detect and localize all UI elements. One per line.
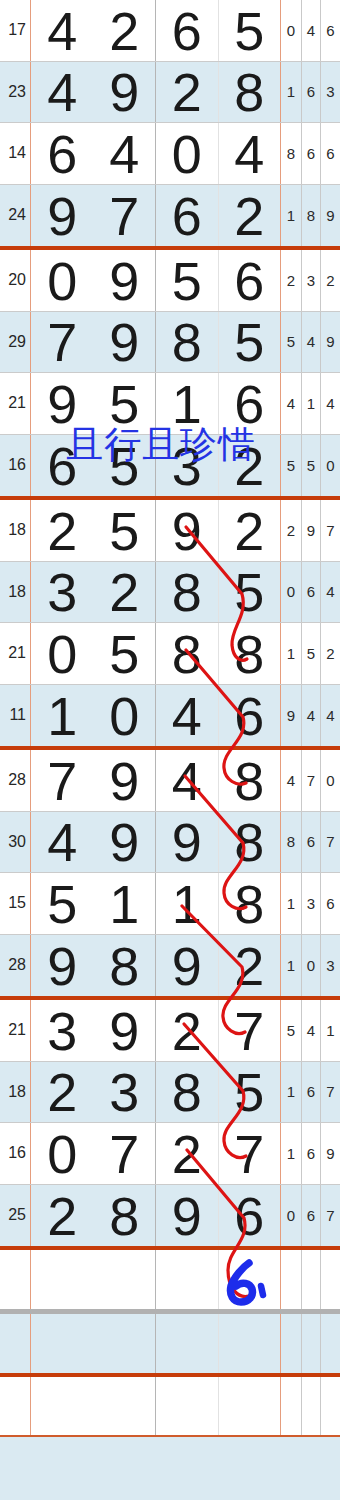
- draw-row: 21 3 9 2 7 5 4 1: [0, 1000, 340, 1062]
- digit-cell: 7: [219, 1123, 282, 1184]
- digit-cell: 0: [94, 685, 157, 747]
- aux-cell: 6: [302, 1185, 321, 1247]
- digit-cell: 1: [31, 685, 94, 747]
- draw-row: 28 9 8 9 2 1 0 3: [0, 935, 340, 1001]
- digit-cell: 2: [219, 435, 282, 497]
- digit-cell: 9: [94, 1000, 157, 1061]
- draw-row: 18 3 2 8 5 0 6 4: [0, 562, 340, 624]
- aux-cell: 7: [302, 750, 321, 811]
- aux-cell: 4: [302, 685, 321, 747]
- aux-cell: 9: [321, 1123, 340, 1184]
- digit-cell: 2: [31, 1185, 94, 1247]
- aux-cell: 1: [281, 873, 302, 934]
- aux-cell: 5: [302, 435, 321, 497]
- digit-cell: 9: [94, 312, 157, 373]
- draw-row: 28 7 9 4 8 4 7 0: [0, 750, 340, 812]
- digit-cell: 6: [31, 435, 94, 497]
- sum-cell: 20: [0, 250, 31, 311]
- aux-cell: 4: [321, 685, 340, 747]
- digit-cell: 9: [94, 250, 157, 311]
- digit-cell: 5: [219, 1062, 282, 1123]
- sum-cell: 24: [0, 185, 31, 247]
- sum-cell: 11: [0, 685, 31, 747]
- digit-cell: 7: [94, 1123, 157, 1184]
- aux-cell: 3: [302, 250, 321, 311]
- digit-cell: 2: [219, 935, 282, 997]
- digit-cell: 2: [94, 0, 157, 61]
- aux-cell: 8: [281, 123, 302, 184]
- sum-cell: 21: [0, 623, 31, 684]
- draw-row: 24 9 7 6 2 1 8 9: [0, 185, 340, 251]
- aux-cell: 5: [281, 435, 302, 497]
- digit-cell: 1: [94, 873, 157, 934]
- aux-cell: 9: [321, 312, 340, 373]
- digit-cell: 9: [94, 750, 157, 811]
- aux-cell: 9: [281, 685, 302, 747]
- draw-row: 15 5 1 1 8 1 3 6: [0, 873, 340, 935]
- digit-cell: 9: [31, 373, 94, 434]
- draw-row: 29 7 9 8 5 5 4 9: [0, 312, 340, 374]
- lottery-trend-sheet: 17 4 2 6 5 0 4 6 23 4 9 2 8 1 6 3 14 6 4: [0, 0, 340, 1500]
- aux-cell: 0: [302, 935, 321, 997]
- digit-cell: 6: [219, 1185, 282, 1247]
- draw-row: 20 0 9 5 6 2 3 2: [0, 250, 340, 312]
- aux-cell: 0: [321, 435, 340, 497]
- digit-cell: 8: [94, 1185, 157, 1247]
- digit-cell: 2: [156, 62, 219, 123]
- digit-cell: 5: [94, 623, 157, 684]
- sum-cell: 14: [0, 123, 31, 184]
- aux-cell: 6: [302, 1123, 321, 1184]
- digit-cell: 7: [94, 185, 157, 247]
- draw-row: 21 9 5 1 6 4 1 4: [0, 373, 340, 435]
- aux-cell: 1: [302, 373, 321, 434]
- empty-row: [0, 1377, 340, 1437]
- draw-row: 21 0 5 8 8 1 5 2: [0, 623, 340, 685]
- digit-cell: 4: [94, 123, 157, 184]
- digit-cell: 6: [219, 685, 282, 747]
- aux-cell: 4: [281, 750, 302, 811]
- sum-cell: 28: [0, 935, 31, 997]
- aux-cell: 1: [281, 62, 302, 123]
- digit-cell: 9: [31, 185, 94, 247]
- draw-row: 11 1 0 4 6 9 4 4: [0, 685, 340, 751]
- digit-cell: 8: [219, 623, 282, 684]
- aux-cell: 0: [281, 0, 302, 61]
- digit-cell: 6: [156, 0, 219, 61]
- draw-row: 30 4 9 9 8 8 6 7: [0, 812, 340, 874]
- digit-cell: 9: [94, 62, 157, 123]
- aux-cell: 6: [302, 1062, 321, 1123]
- digit-cell: 4: [31, 62, 94, 123]
- aux-cell: 0: [281, 562, 302, 623]
- aux-cell: 6: [302, 812, 321, 873]
- draw-row: 25 2 8 9 6 0 6 7: [0, 1185, 340, 1251]
- aux-cell: 7: [321, 812, 340, 873]
- digit-cell: 5: [219, 0, 282, 61]
- digit-cell: 6: [219, 373, 282, 434]
- aux-cell: 0: [281, 1185, 302, 1247]
- aux-cell: 4: [281, 373, 302, 434]
- digit-cell: 5: [94, 435, 157, 497]
- sum-cell: 15: [0, 873, 31, 934]
- digit-cell: 1: [156, 373, 219, 434]
- digit-cell: 2: [156, 1123, 219, 1184]
- sum-cell: 18: [0, 562, 31, 623]
- draw-row: 18 2 3 8 5 1 6 7: [0, 1062, 340, 1124]
- aux-cell: 5: [281, 312, 302, 373]
- digit-cell: 2: [31, 500, 94, 561]
- sum-cell: 21: [0, 1000, 31, 1061]
- aux-cell: 1: [281, 935, 302, 997]
- aux-cell: 6: [321, 0, 340, 61]
- digit-cell: 2: [94, 562, 157, 623]
- digit-cell: 2: [219, 500, 282, 561]
- digit-cell: 9: [156, 1185, 219, 1247]
- digit-cell: 6: [156, 185, 219, 247]
- sum-cell: 17: [0, 0, 31, 61]
- sum-cell: 30: [0, 812, 31, 873]
- empty-row: [0, 1250, 340, 1309]
- digit-cell: 3: [31, 562, 94, 623]
- draw-row: 16 0 7 2 7 1 6 9: [0, 1123, 340, 1185]
- digit-cell: 0: [31, 623, 94, 684]
- draw-row: 16 6 5 3 2 5 5 0: [0, 435, 340, 501]
- digit-cell: 5: [219, 562, 282, 623]
- digit-cell: 0: [31, 1123, 94, 1184]
- aux-cell: 4: [321, 373, 340, 434]
- digit-cell: 8: [156, 623, 219, 684]
- digit-cell: 2: [219, 185, 282, 247]
- footer-area: [0, 1437, 340, 1500]
- digit-cell: 9: [31, 935, 94, 997]
- aux-cell: 5: [302, 623, 321, 684]
- digit-cell: 5: [31, 873, 94, 934]
- aux-cell: 8: [302, 185, 321, 247]
- digit-cell: 1: [156, 873, 219, 934]
- aux-cell: 3: [302, 873, 321, 934]
- sum-cell: 28: [0, 750, 31, 811]
- digit-cell: 3: [31, 1000, 94, 1061]
- empty-row: [0, 1314, 340, 1373]
- draw-table: 17 4 2 6 5 0 4 6 23 4 9 2 8 1 6 3 14 6 4: [0, 0, 340, 1250]
- sum-cell: 18: [0, 500, 31, 561]
- digit-cell: 9: [156, 812, 219, 873]
- digit-cell: 5: [94, 373, 157, 434]
- aux-cell: 8: [281, 812, 302, 873]
- aux-cell: 9: [302, 500, 321, 561]
- digit-cell: 0: [156, 123, 219, 184]
- aux-cell: 1: [281, 623, 302, 684]
- aux-cell: 1: [281, 185, 302, 247]
- digit-cell: 8: [94, 935, 157, 997]
- sum-cell: 23: [0, 62, 31, 123]
- digit-cell: 5: [156, 250, 219, 311]
- digit-cell: 4: [219, 123, 282, 184]
- aux-cell: 7: [321, 1185, 340, 1247]
- digit-cell: 7: [31, 750, 94, 811]
- aux-cell: 2: [321, 623, 340, 684]
- digit-cell: 5: [94, 500, 157, 561]
- aux-cell: 0: [321, 750, 340, 811]
- aux-cell: 2: [321, 250, 340, 311]
- aux-cell: 3: [321, 935, 340, 997]
- sum-cell: 16: [0, 1123, 31, 1184]
- digit-cell: 8: [219, 873, 282, 934]
- aux-cell: 1: [281, 1123, 302, 1184]
- aux-cell: 9: [321, 185, 340, 247]
- aux-cell: 3: [321, 62, 340, 123]
- digit-cell: 6: [31, 123, 94, 184]
- aux-cell: 6: [321, 123, 340, 184]
- digit-cell: 4: [31, 0, 94, 61]
- aux-cell: 7: [321, 500, 340, 561]
- aux-cell: 4: [302, 1000, 321, 1061]
- draw-row: 23 4 9 2 8 1 6 3: [0, 62, 340, 124]
- digit-cell: 4: [156, 685, 219, 747]
- aux-cell: 6: [302, 562, 321, 623]
- digit-cell: 9: [156, 935, 219, 997]
- digit-cell: 2: [156, 1000, 219, 1061]
- sum-cell: 25: [0, 1185, 31, 1247]
- digit-cell: 8: [219, 62, 282, 123]
- aux-cell: 6: [302, 62, 321, 123]
- draw-row: 14 6 4 0 4 8 6 6: [0, 123, 340, 185]
- digit-cell: 6: [219, 250, 282, 311]
- digit-cell: 2: [31, 1062, 94, 1123]
- digit-cell: 8: [219, 812, 282, 873]
- aux-cell: 4: [302, 312, 321, 373]
- aux-cell: 4: [302, 0, 321, 61]
- draw-row: 18 2 5 9 2 2 9 7: [0, 500, 340, 562]
- aux-cell: 7: [321, 1062, 340, 1123]
- aux-cell: 5: [281, 1000, 302, 1061]
- sum-cell: 21: [0, 373, 31, 434]
- digit-cell: 4: [156, 750, 219, 811]
- digit-cell: 0: [31, 250, 94, 311]
- aux-cell: 2: [281, 250, 302, 311]
- digit-cell: 3: [156, 435, 219, 497]
- digit-cell: 3: [94, 1062, 157, 1123]
- digit-cell: 8: [219, 750, 282, 811]
- sum-cell: 18: [0, 1062, 31, 1123]
- aux-cell: 1: [321, 1000, 340, 1061]
- digit-cell: 4: [31, 812, 94, 873]
- sum-cell: 29: [0, 312, 31, 373]
- draw-row: 17 4 2 6 5 0 4 6: [0, 0, 340, 62]
- digit-cell: 8: [156, 312, 219, 373]
- digit-cell: 8: [156, 1062, 219, 1123]
- digit-cell: 5: [219, 312, 282, 373]
- digit-cell: 9: [94, 812, 157, 873]
- digit-cell: 8: [156, 562, 219, 623]
- aux-cell: 6: [302, 123, 321, 184]
- aux-cell: 2: [281, 500, 302, 561]
- digit-cell: 9: [156, 500, 219, 561]
- sum-cell: 16: [0, 435, 31, 497]
- digit-cell: 7: [219, 1000, 282, 1061]
- aux-cell: 4: [321, 562, 340, 623]
- aux-cell: 1: [281, 1062, 302, 1123]
- aux-cell: 6: [321, 873, 340, 934]
- digit-cell: 7: [31, 312, 94, 373]
